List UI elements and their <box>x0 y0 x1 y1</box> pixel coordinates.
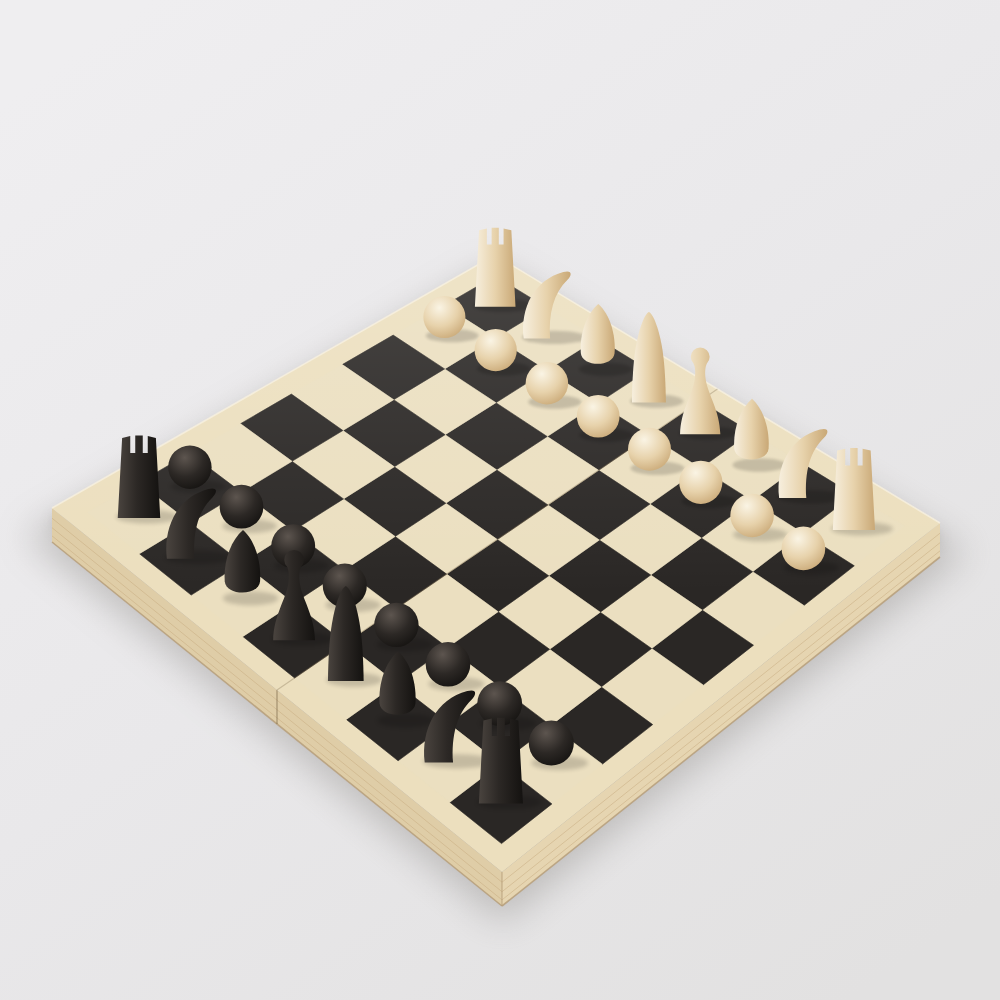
piece-shadow <box>223 591 279 605</box>
product-photo-scene <box>0 0 1000 1000</box>
piece-shadow <box>732 458 786 471</box>
piece-shadow <box>378 713 434 727</box>
chess-board-photo <box>0 0 1000 1000</box>
piece-shadow <box>579 363 632 376</box>
